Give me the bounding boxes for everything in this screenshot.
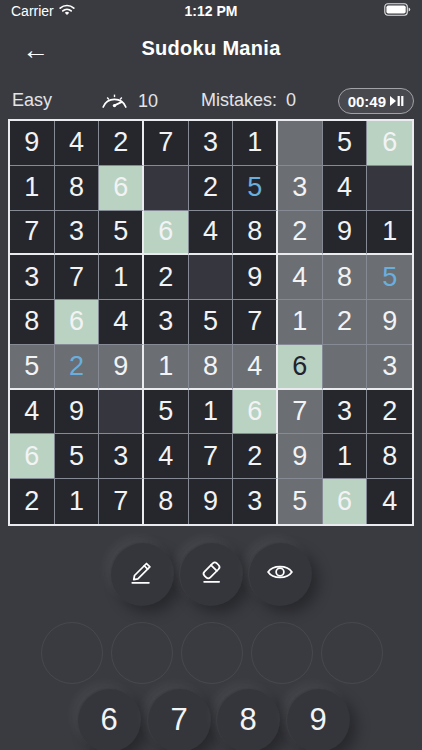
cell-r4c9[interactable]: 5 bbox=[367, 255, 412, 300]
cell-r4c2[interactable]: 7 bbox=[55, 255, 100, 300]
cell-r3c4[interactable]: 6 bbox=[144, 211, 189, 256]
cell-r9c4[interactable]: 8 bbox=[144, 479, 189, 524]
cell-r9c7[interactable]: 5 bbox=[278, 479, 323, 524]
cell-r1c5[interactable]: 3 bbox=[189, 121, 234, 166]
cell-r5c6[interactable]: 7 bbox=[233, 300, 278, 345]
difficulty-label: Easy bbox=[12, 90, 52, 111]
cell-r2c3[interactable]: 6 bbox=[99, 166, 144, 211]
cell-r7c3[interactable] bbox=[99, 390, 144, 435]
eraser-icon bbox=[196, 557, 226, 591]
cell-r3c1[interactable]: 7 bbox=[10, 211, 55, 256]
cell-r3c2[interactable]: 3 bbox=[55, 211, 100, 256]
cell-r6c6[interactable]: 4 bbox=[233, 345, 278, 390]
numpad-1-exhausted bbox=[41, 622, 103, 684]
cell-r9c9[interactable]: 4 bbox=[367, 479, 412, 524]
cell-r8c1[interactable]: 6 bbox=[10, 434, 55, 479]
cell-r8c5[interactable]: 7 bbox=[189, 434, 234, 479]
cell-r3c8[interactable]: 9 bbox=[323, 211, 368, 256]
cell-r7c5[interactable]: 1 bbox=[189, 390, 234, 435]
cell-r5c3[interactable]: 4 bbox=[99, 300, 144, 345]
mistakes-label: Mistakes: bbox=[201, 90, 277, 111]
cell-r3c3[interactable]: 5 bbox=[99, 211, 144, 256]
numpad-8-button[interactable]: 8 bbox=[216, 688, 280, 750]
eraser-button[interactable] bbox=[179, 542, 243, 606]
numpad-4-exhausted bbox=[251, 622, 313, 684]
mistakes-count: 0 bbox=[286, 90, 296, 111]
cell-r9c5[interactable]: 9 bbox=[189, 479, 234, 524]
cell-r2c4[interactable] bbox=[144, 166, 189, 211]
cell-r1c4[interactable]: 7 bbox=[144, 121, 189, 166]
cell-r5c2[interactable]: 6 bbox=[55, 300, 100, 345]
cell-r9c6[interactable]: 3 bbox=[233, 479, 278, 524]
cell-r9c8[interactable]: 6 bbox=[323, 479, 368, 524]
cell-r1c2[interactable]: 4 bbox=[55, 121, 100, 166]
cell-r8c8[interactable]: 1 bbox=[323, 434, 368, 479]
numpad-7-button[interactable]: 7 bbox=[147, 688, 211, 750]
cell-r6c9[interactable]: 3 bbox=[367, 345, 412, 390]
play-pause-icon bbox=[389, 93, 404, 110]
cell-r8c6[interactable]: 2 bbox=[233, 434, 278, 479]
pencil-notes-button[interactable] bbox=[110, 542, 174, 606]
cell-r8c2[interactable]: 5 bbox=[55, 434, 100, 479]
cell-r5c8[interactable]: 2 bbox=[323, 300, 368, 345]
cell-r2c5[interactable]: 2 bbox=[189, 166, 234, 211]
cell-r7c6[interactable]: 6 bbox=[233, 390, 278, 435]
cell-r5c9[interactable]: 9 bbox=[367, 300, 412, 345]
page-title: Sudoku Mania bbox=[0, 37, 422, 60]
cell-r5c4[interactable]: 3 bbox=[144, 300, 189, 345]
cell-r5c1[interactable]: 8 bbox=[10, 300, 55, 345]
cell-r4c1[interactable]: 3 bbox=[10, 255, 55, 300]
cell-r3c9[interactable]: 1 bbox=[367, 211, 412, 256]
reveal-button[interactable] bbox=[248, 542, 312, 606]
sudoku-board: 9427315618625347356482913712948586435712… bbox=[8, 119, 414, 526]
cell-r7c7[interactable]: 7 bbox=[278, 390, 323, 435]
numpad-9-button[interactable]: 9 bbox=[286, 688, 350, 750]
cell-r4c6[interactable]: 9 bbox=[233, 255, 278, 300]
score-group: 10 bbox=[100, 89, 158, 114]
numpad-5-exhausted bbox=[321, 622, 383, 684]
cell-r1c1[interactable]: 9 bbox=[10, 121, 55, 166]
mistakes-group: Mistakes: 0 bbox=[201, 90, 296, 111]
eye-icon bbox=[264, 557, 296, 591]
cell-r2c6[interactable]: 5 bbox=[233, 166, 278, 211]
cell-r3c5[interactable]: 4 bbox=[189, 211, 234, 256]
cell-r5c7[interactable]: 1 bbox=[278, 300, 323, 345]
cell-r4c4[interactable]: 2 bbox=[144, 255, 189, 300]
cell-r7c2[interactable]: 9 bbox=[55, 390, 100, 435]
cell-r4c3[interactable]: 1 bbox=[99, 255, 144, 300]
cell-r2c2[interactable]: 8 bbox=[55, 166, 100, 211]
battery-icon bbox=[384, 3, 411, 19]
cell-r2c9[interactable] bbox=[367, 166, 412, 211]
numpad-3-exhausted bbox=[181, 622, 243, 684]
cell-r6c5[interactable]: 8 bbox=[189, 345, 234, 390]
cell-r3c6[interactable]: 8 bbox=[233, 211, 278, 256]
cell-r8c3[interactable]: 3 bbox=[99, 434, 144, 479]
timer-value: 00:49 bbox=[348, 93, 386, 110]
cell-r4c5[interactable] bbox=[189, 255, 234, 300]
cell-r9c1[interactable]: 2 bbox=[10, 479, 55, 524]
cell-r9c3[interactable]: 7 bbox=[99, 479, 144, 524]
cell-r9c2[interactable]: 1 bbox=[55, 479, 100, 524]
speedometer-icon bbox=[100, 89, 129, 114]
cell-r6c8[interactable] bbox=[323, 345, 368, 390]
cell-r4c7[interactable]: 4 bbox=[278, 255, 323, 300]
cell-r6c1[interactable]: 5 bbox=[10, 345, 55, 390]
clock-time: 1:12 PM bbox=[0, 3, 422, 19]
game-info-row: Easy 10 Mistakes: 0 00:49 bbox=[0, 87, 422, 115]
cell-r6c7[interactable]: 6 bbox=[278, 345, 323, 390]
cell-r6c3[interactable]: 9 bbox=[99, 345, 144, 390]
speed-score-value: 10 bbox=[138, 91, 158, 112]
cell-r3c7[interactable]: 2 bbox=[278, 211, 323, 256]
cell-r1c8[interactable]: 5 bbox=[323, 121, 368, 166]
cell-r7c4[interactable]: 5 bbox=[144, 390, 189, 435]
cell-r8c9[interactable]: 8 bbox=[367, 434, 412, 479]
pencil-icon bbox=[127, 557, 157, 591]
cell-r8c4[interactable]: 4 bbox=[144, 434, 189, 479]
cell-r6c2[interactable]: 2 bbox=[55, 345, 100, 390]
cell-r8c7[interactable]: 9 bbox=[278, 434, 323, 479]
cell-r4c8[interactable]: 8 bbox=[323, 255, 368, 300]
numpad-2-exhausted bbox=[111, 622, 173, 684]
cell-r7c1[interactable]: 4 bbox=[10, 390, 55, 435]
cell-r7c9[interactable]: 2 bbox=[367, 390, 412, 435]
status-bar: Carrier 1:12 PM bbox=[0, 0, 422, 22]
cell-r1c7[interactable] bbox=[278, 121, 323, 166]
cell-r1c9[interactable]: 6 bbox=[367, 121, 412, 166]
cell-r7c8[interactable]: 3 bbox=[323, 390, 368, 435]
numpad-6-button[interactable]: 6 bbox=[77, 688, 141, 750]
cell-r6c4[interactable]: 1 bbox=[144, 345, 189, 390]
app-screen: Carrier 1:12 PM ← Sudoku Mania bbox=[0, 0, 422, 750]
timer-pill[interactable]: 00:49 bbox=[338, 88, 414, 114]
cell-r2c7[interactable]: 3 bbox=[278, 166, 323, 211]
cell-r2c8[interactable]: 4 bbox=[323, 166, 368, 211]
cell-r5c5[interactable]: 5 bbox=[189, 300, 234, 345]
cell-r1c3[interactable]: 2 bbox=[99, 121, 144, 166]
cell-r1c6[interactable]: 1 bbox=[233, 121, 278, 166]
cell-r2c1[interactable]: 1 bbox=[10, 166, 55, 211]
header: ← Sudoku Mania bbox=[0, 28, 422, 72]
